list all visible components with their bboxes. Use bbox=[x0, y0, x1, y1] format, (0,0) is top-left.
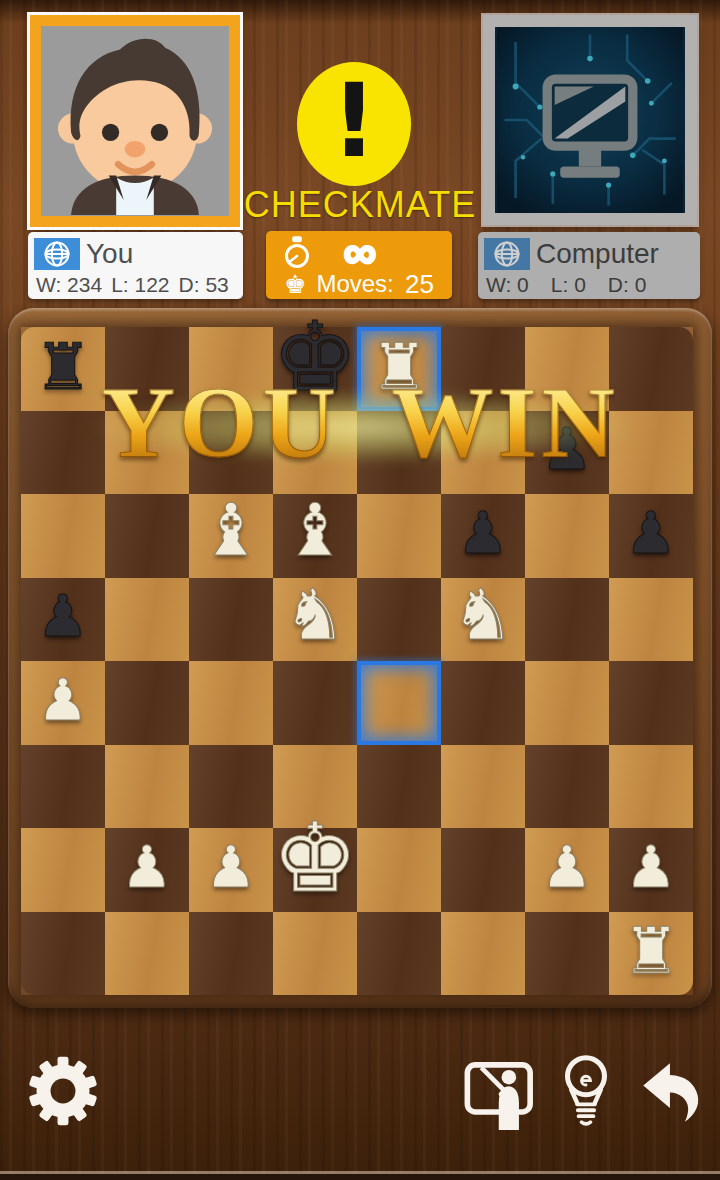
square-a3[interactable] bbox=[21, 745, 105, 829]
settings-button[interactable] bbox=[24, 1052, 102, 1130]
square-g2[interactable]: ♟ bbox=[525, 828, 609, 912]
square-f7[interactable] bbox=[441, 411, 525, 495]
square-b2[interactable]: ♟ bbox=[105, 828, 189, 912]
square-h6[interactable]: ♟ bbox=[609, 494, 693, 578]
white-pawn[interactable]: ♟ bbox=[625, 838, 677, 896]
square-g8[interactable] bbox=[525, 327, 609, 411]
square-f5[interactable]: ♞ bbox=[441, 578, 525, 662]
square-c1[interactable] bbox=[189, 912, 273, 996]
undo-button[interactable] bbox=[636, 1060, 706, 1124]
square-e4[interactable] bbox=[357, 661, 441, 745]
hint-button[interactable] bbox=[556, 1054, 616, 1128]
black-pawn[interactable]: ♟ bbox=[541, 420, 593, 478]
square-f6[interactable]: ♟ bbox=[441, 494, 525, 578]
king-icon: ♚ bbox=[284, 272, 306, 297]
online-globe-icon bbox=[34, 238, 80, 270]
black-king[interactable]: ♚ bbox=[272, 309, 358, 405]
square-a6[interactable] bbox=[21, 494, 105, 578]
square-b1[interactable] bbox=[105, 912, 189, 996]
computer-losses: L: 0 bbox=[551, 273, 586, 297]
computer-avatar-image bbox=[495, 27, 685, 213]
square-a5[interactable]: ♟ bbox=[21, 578, 105, 662]
black-pawn[interactable]: ♟ bbox=[457, 504, 509, 562]
square-c6[interactable]: ♝ bbox=[189, 494, 273, 578]
computer-wins: W: 0 bbox=[486, 273, 529, 297]
square-e6[interactable] bbox=[357, 494, 441, 578]
computer-panel: Computer W: 0 L: 0 D: 0 bbox=[478, 232, 700, 299]
square-d4[interactable] bbox=[273, 661, 357, 745]
square-b6[interactable] bbox=[105, 494, 189, 578]
computer-avatar[interactable] bbox=[483, 15, 697, 225]
square-e3[interactable] bbox=[357, 745, 441, 829]
square-f4[interactable] bbox=[441, 661, 525, 745]
player-panel: You W: 234 L: 122 D: 53 bbox=[28, 232, 243, 299]
square-d5[interactable]: ♞ bbox=[273, 578, 357, 662]
computer-name: Computer bbox=[536, 238, 659, 270]
square-b3[interactable] bbox=[105, 745, 189, 829]
square-a1[interactable] bbox=[21, 912, 105, 996]
square-g1[interactable] bbox=[525, 912, 609, 996]
square-c7[interactable] bbox=[189, 411, 273, 495]
square-b5[interactable] bbox=[105, 578, 189, 662]
white-pawn[interactable]: ♟ bbox=[121, 838, 173, 896]
square-e1[interactable] bbox=[357, 912, 441, 996]
black-pawn[interactable]: ♟ bbox=[37, 587, 89, 645]
square-e7[interactable] bbox=[357, 411, 441, 495]
white-pawn[interactable]: ♟ bbox=[37, 671, 89, 729]
chess-board-frame: ♜♚♜♟♝♝♟♟♟♞♞♟♟♟♚♟♟♜ bbox=[8, 308, 712, 1008]
square-f2[interactable] bbox=[441, 828, 525, 912]
square-h2[interactable]: ♟ bbox=[609, 828, 693, 912]
white-pawn[interactable]: ♟ bbox=[541, 838, 593, 896]
white-rook[interactable]: ♜ bbox=[370, 335, 427, 399]
square-e2[interactable] bbox=[357, 828, 441, 912]
player-draws: D: 53 bbox=[179, 273, 229, 297]
square-h3[interactable] bbox=[609, 745, 693, 829]
square-c8[interactable] bbox=[189, 327, 273, 411]
board-squares: ♜♚♜♟♝♝♟♟♟♞♞♟♟♟♚♟♟♜ bbox=[21, 327, 693, 995]
square-b8[interactable] bbox=[105, 327, 189, 411]
square-g3[interactable] bbox=[525, 745, 609, 829]
gear-icon bbox=[24, 1052, 102, 1130]
square-a2[interactable] bbox=[21, 828, 105, 912]
white-knight[interactable]: ♞ bbox=[452, 580, 515, 650]
square-h1[interactable]: ♜ bbox=[609, 912, 693, 996]
player-stats: W: 234 L: 122 D: 53 bbox=[28, 273, 243, 297]
square-f8[interactable] bbox=[441, 327, 525, 411]
square-a8[interactable]: ♜ bbox=[21, 327, 105, 411]
square-b7[interactable] bbox=[105, 411, 189, 495]
square-c2[interactable]: ♟ bbox=[189, 828, 273, 912]
square-h5[interactable] bbox=[609, 578, 693, 662]
square-e5[interactable] bbox=[357, 578, 441, 662]
square-g7[interactable]: ♟ bbox=[525, 411, 609, 495]
square-g6[interactable] bbox=[525, 494, 609, 578]
white-pawn[interactable]: ♟ bbox=[205, 838, 257, 896]
white-bishop[interactable]: ♝ bbox=[283, 494, 348, 566]
square-f1[interactable] bbox=[441, 912, 525, 996]
teacher-icon bbox=[464, 1058, 538, 1130]
checkmate-alert-icon: ! bbox=[297, 62, 411, 186]
game-screen: ! CHECKMATE bbox=[0, 0, 720, 1180]
square-d1[interactable] bbox=[273, 912, 357, 996]
square-h8[interactable] bbox=[609, 327, 693, 411]
square-h7[interactable] bbox=[609, 411, 693, 495]
square-c3[interactable] bbox=[189, 745, 273, 829]
square-h4[interactable] bbox=[609, 661, 693, 745]
square-d2[interactable]: ♚ bbox=[273, 828, 357, 912]
tutorial-button[interactable] bbox=[464, 1058, 538, 1130]
computer-stats: W: 0 L: 0 D: 0 bbox=[478, 273, 700, 297]
white-king[interactable]: ♚ bbox=[272, 810, 358, 906]
square-d7[interactable] bbox=[273, 411, 357, 495]
player-name: You bbox=[86, 238, 133, 270]
player-losses: L: 122 bbox=[111, 273, 169, 297]
square-a4[interactable]: ♟ bbox=[21, 661, 105, 745]
computer-draws: D: 0 bbox=[608, 273, 647, 297]
black-rook[interactable]: ♜ bbox=[34, 335, 91, 399]
square-d6[interactable]: ♝ bbox=[273, 494, 357, 578]
square-b4[interactable] bbox=[105, 661, 189, 745]
exclamation-glyph: ! bbox=[331, 70, 378, 172]
lightbulb-icon bbox=[556, 1054, 616, 1128]
player-wins: W: 234 bbox=[36, 273, 102, 297]
bottom-edge bbox=[0, 1174, 720, 1180]
moves-panel: ∞ ♚ Moves: 25 bbox=[266, 231, 452, 299]
square-c5[interactable] bbox=[189, 578, 273, 662]
square-a7[interactable] bbox=[21, 411, 105, 495]
infinite-time-icon: ∞ bbox=[266, 229, 452, 275]
square-d8[interactable]: ♚ bbox=[273, 327, 357, 411]
online-globe-icon bbox=[484, 238, 530, 270]
square-f3[interactable] bbox=[441, 745, 525, 829]
square-c4[interactable] bbox=[189, 661, 273, 745]
black-pawn[interactable]: ♟ bbox=[625, 504, 677, 562]
white-knight[interactable]: ♞ bbox=[284, 580, 347, 650]
white-rook[interactable]: ♜ bbox=[622, 919, 679, 983]
square-g4[interactable] bbox=[525, 661, 609, 745]
square-e8[interactable]: ♜ bbox=[357, 327, 441, 411]
square-g5[interactable] bbox=[525, 578, 609, 662]
white-bishop[interactable]: ♝ bbox=[199, 494, 264, 566]
undo-arrow-icon bbox=[636, 1060, 706, 1124]
